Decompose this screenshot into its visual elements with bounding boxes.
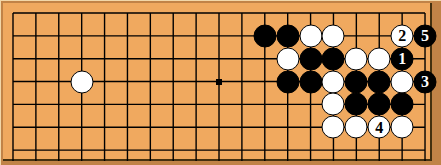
black-stone — [276, 24, 299, 47]
black-stone — [391, 93, 414, 116]
white-stone — [368, 47, 391, 70]
white-stone — [299, 24, 322, 47]
black-stone-move-5: 5 — [414, 24, 437, 47]
white-stone — [322, 24, 345, 47]
white-stone — [345, 47, 368, 70]
white-stone-move-2: 2 — [391, 24, 414, 47]
white-stone — [322, 70, 345, 93]
white-stone-move-4: 4 — [368, 116, 391, 139]
black-stone-move-1: 1 — [391, 47, 414, 70]
white-stone — [322, 93, 345, 116]
star-point-marker — [216, 79, 222, 85]
black-stone — [276, 70, 299, 93]
black-stone — [253, 24, 276, 47]
white-stone — [322, 116, 345, 139]
stones-layer: 25134 — [0, 0, 441, 165]
black-stone — [322, 47, 345, 70]
black-stone — [299, 47, 322, 70]
black-stone — [368, 93, 391, 116]
black-stone — [345, 93, 368, 116]
white-stone — [391, 116, 414, 139]
black-stone — [345, 70, 368, 93]
white-stone — [345, 116, 368, 139]
black-stone — [368, 70, 391, 93]
white-stone — [70, 70, 93, 93]
black-stone — [299, 70, 322, 93]
white-stone — [276, 47, 299, 70]
black-stone-move-3: 3 — [414, 70, 437, 93]
white-stone — [391, 70, 414, 93]
go-diagram: 25134 — [0, 0, 441, 165]
